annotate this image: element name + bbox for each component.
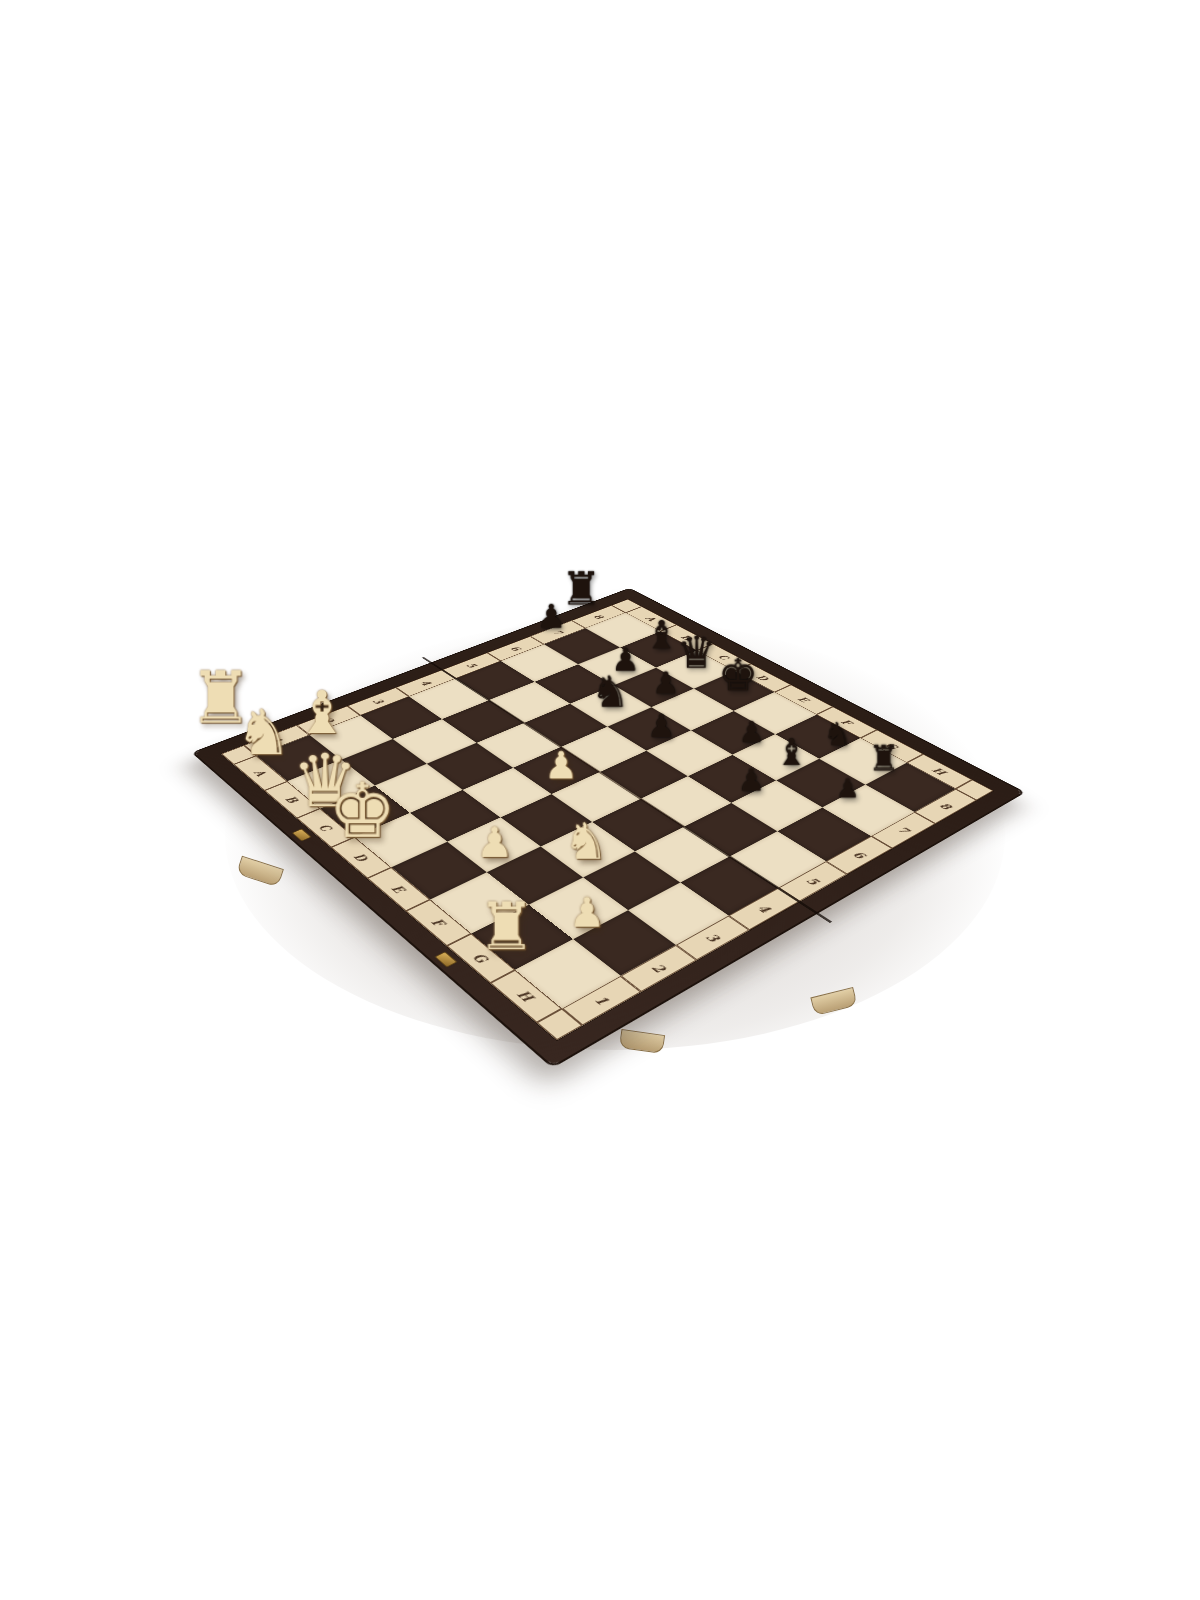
piece-white-rook-a1: ♜ — [188, 662, 252, 734]
piece-black-rook-a8: ♜ — [561, 566, 602, 612]
piece-black-pawn-h7: ♟ — [836, 775, 860, 801]
chess-board-3d-wrapper: ABCDEFGH8♜♝♛♚♞♜87♟♟♟♟♝♟76♞♟♟6554♟43♞32♝♟… — [194, 589, 1023, 1066]
board-frame: ABCDEFGH8♜♝♛♚♞♜87♟♟♟♟♝♟76♞♟♟6554♟43♞32♝♟… — [194, 589, 1023, 1066]
board-corner — [221, 745, 256, 764]
brass-clasp-icon — [435, 952, 458, 968]
brass-clasp-icon — [292, 829, 312, 842]
product-photo-scene: ABCDEFGH8♜♝♛♚♞♜87♟♟♟♟♝♟76♞♟♟6554♟43♞32♝♟… — [0, 0, 1200, 1600]
